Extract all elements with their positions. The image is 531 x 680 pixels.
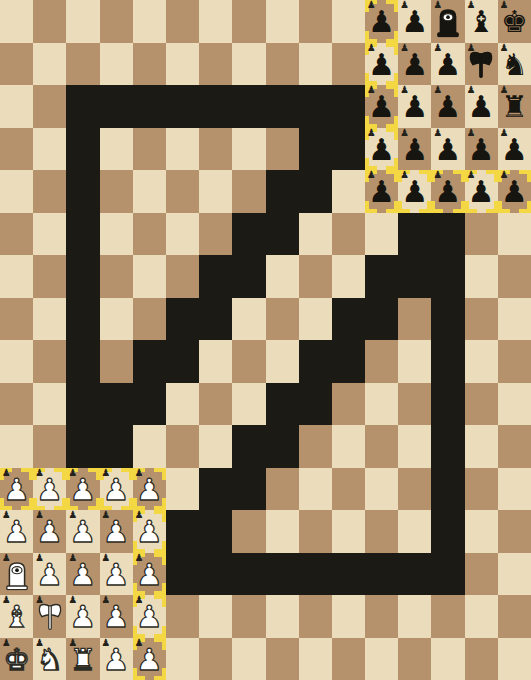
square-r11c4[interactable]: ♟♟ xyxy=(133,468,166,511)
square-r5c14[interactable] xyxy=(465,213,498,256)
square-r14c3[interactable]: ♟♟ xyxy=(100,595,133,638)
square-r8c1[interactable] xyxy=(33,340,66,383)
square-r14c4[interactable]: ♟♟ xyxy=(133,595,166,638)
blocked-square-r8c4 xyxy=(133,340,166,383)
square-r10c14[interactable] xyxy=(465,425,498,468)
blocked-square-r9c3 xyxy=(100,383,133,426)
blocked-square-r4c2 xyxy=(66,170,99,213)
square-r2c14[interactable]: ♟♟ xyxy=(465,85,498,128)
blocked-square-r7c5 xyxy=(166,298,199,341)
mini-pawn-icon: ♟ xyxy=(500,170,509,181)
square-r12c4[interactable]: ♟♟ xyxy=(133,510,166,553)
square-r5c10[interactable] xyxy=(332,213,365,256)
blocked-square-r6c12 xyxy=(398,255,431,298)
mini-pawn-icon: ♟ xyxy=(433,170,442,181)
square-r8c7[interactable] xyxy=(232,340,265,383)
mini-pawn-icon: ♟ xyxy=(500,43,509,54)
square-r9c15[interactable] xyxy=(498,383,531,426)
blocked-square-r13c10 xyxy=(332,553,365,596)
square-r4c4[interactable] xyxy=(133,170,166,213)
square-r8c14[interactable] xyxy=(465,340,498,383)
mini-pawn-icon: ♟ xyxy=(102,468,111,479)
mini-pawn-icon: ♟ xyxy=(35,468,44,479)
square-r15c12[interactable] xyxy=(398,638,431,680)
square-r11c12[interactable] xyxy=(398,468,431,511)
square-r11c1[interactable]: ♟♟ xyxy=(33,468,66,511)
square-r13c1[interactable]: ♟♟ xyxy=(33,553,66,596)
mini-pawn-icon: ♟ xyxy=(400,85,409,96)
square-r14c13[interactable] xyxy=(431,595,464,638)
square-r15c15[interactable] xyxy=(498,638,531,680)
blocked-square-r6c13 xyxy=(431,255,464,298)
square-r9c14[interactable] xyxy=(465,383,498,426)
square-r14c11[interactable] xyxy=(365,595,398,638)
mini-pawn-icon: ♟ xyxy=(135,553,144,564)
square-r6c0[interactable] xyxy=(0,255,33,298)
square-r11c9[interactable] xyxy=(299,468,332,511)
square-r4c6[interactable] xyxy=(199,170,232,213)
square-r2c15[interactable]: ♟♜ xyxy=(498,85,531,128)
square-r0c5[interactable] xyxy=(166,0,199,43)
square-r11c0[interactable]: ♟♟ xyxy=(0,468,33,511)
blocked-square-r8c2 xyxy=(66,340,99,383)
square-r12c11[interactable] xyxy=(365,510,398,553)
square-r3c3[interactable] xyxy=(100,128,133,171)
mini-pawn-icon: ♟ xyxy=(467,43,476,54)
blocked-square-r8c13 xyxy=(431,340,464,383)
square-r4c0[interactable] xyxy=(0,170,33,213)
blocked-square-r7c11 xyxy=(365,298,398,341)
square-r0c13[interactable]: ♟ xyxy=(431,0,464,43)
square-r9c1[interactable] xyxy=(33,383,66,426)
square-r15c13[interactable] xyxy=(431,638,464,680)
mini-pawn-icon: ♟ xyxy=(68,510,77,521)
square-r1c9[interactable] xyxy=(299,43,332,86)
square-r2c1[interactable] xyxy=(33,85,66,128)
square-r10c10[interactable] xyxy=(332,425,365,468)
mini-pawn-icon: ♟ xyxy=(102,595,111,606)
mini-pawn-icon: ♟ xyxy=(367,128,376,139)
square-r6c4[interactable] xyxy=(133,255,166,298)
square-r10c11[interactable] xyxy=(365,425,398,468)
square-r8c12[interactable] xyxy=(398,340,431,383)
square-r7c1[interactable] xyxy=(33,298,66,341)
square-r4c14[interactable]: ♟♟ xyxy=(465,170,498,213)
mini-pawn-icon: ♟ xyxy=(433,128,442,139)
square-r1c3[interactable] xyxy=(100,43,133,86)
square-r4c5[interactable] xyxy=(166,170,199,213)
blocked-square-r9c2 xyxy=(66,383,99,426)
square-r2c12[interactable]: ♟♟ xyxy=(398,85,431,128)
square-r12c9[interactable] xyxy=(299,510,332,553)
mini-pawn-icon: ♟ xyxy=(433,0,442,11)
square-r5c6[interactable] xyxy=(199,213,232,256)
mini-pawn-icon: ♟ xyxy=(400,128,409,139)
square-r3c14[interactable]: ♟♟ xyxy=(465,128,498,171)
square-r15c6[interactable] xyxy=(199,638,232,680)
square-r9c7[interactable] xyxy=(232,383,265,426)
square-r5c11[interactable] xyxy=(365,213,398,256)
square-r0c12[interactable]: ♟♟ xyxy=(398,0,431,43)
blocked-square-r11c7 xyxy=(232,468,265,511)
square-r5c9[interactable] xyxy=(299,213,332,256)
blocked-square-r13c13 xyxy=(431,553,464,596)
square-r13c4[interactable]: ♟♟ xyxy=(133,553,166,596)
blocked-square-r13c7 xyxy=(232,553,265,596)
square-r11c15[interactable] xyxy=(498,468,531,511)
blocked-square-r7c13 xyxy=(431,298,464,341)
square-r2c13[interactable]: ♟♟ xyxy=(431,85,464,128)
blocked-square-r13c11 xyxy=(365,553,398,596)
square-r4c1[interactable] xyxy=(33,170,66,213)
square-r4c7[interactable] xyxy=(232,170,265,213)
square-r1c5[interactable] xyxy=(166,43,199,86)
square-r1c4[interactable] xyxy=(133,43,166,86)
square-r5c1[interactable] xyxy=(33,213,66,256)
square-r12c12[interactable] xyxy=(398,510,431,553)
square-r1c8[interactable] xyxy=(266,43,299,86)
blocked-square-r4c8 xyxy=(266,170,299,213)
square-r14c1[interactable]: ♟ xyxy=(33,595,66,638)
square-r10c1[interactable] xyxy=(33,425,66,468)
square-r0c15[interactable]: ♟♚ xyxy=(498,0,531,43)
square-r1c13[interactable]: ♟♟ xyxy=(431,43,464,86)
square-r15c9[interactable] xyxy=(299,638,332,680)
square-r12c7[interactable] xyxy=(232,510,265,553)
mini-pawn-icon: ♟ xyxy=(467,0,476,11)
square-r6c3[interactable] xyxy=(100,255,133,298)
square-r3c15[interactable]: ♟♟ xyxy=(498,128,531,171)
mini-pawn-icon: ♟ xyxy=(102,638,111,649)
square-r6c14[interactable] xyxy=(465,255,498,298)
square-r15c5[interactable] xyxy=(166,638,199,680)
black-tombstone-icon xyxy=(435,7,461,38)
square-r1c0[interactable] xyxy=(0,43,33,86)
square-r15c14[interactable] xyxy=(465,638,498,680)
square-r14c6[interactable] xyxy=(199,595,232,638)
square-r0c6[interactable] xyxy=(199,0,232,43)
mini-pawn-icon: ♟ xyxy=(68,595,77,606)
blocked-square-r10c8 xyxy=(266,425,299,468)
square-r10c4[interactable] xyxy=(133,425,166,468)
square-r10c5[interactable] xyxy=(166,425,199,468)
square-r1c15[interactable]: ♟♞ xyxy=(498,43,531,86)
square-r10c0[interactable] xyxy=(0,425,33,468)
blocked-square-r2c8 xyxy=(266,85,299,128)
square-r3c0[interactable] xyxy=(0,128,33,171)
square-r10c12[interactable] xyxy=(398,425,431,468)
square-r7c9[interactable] xyxy=(299,298,332,341)
square-r14c0[interactable]: ♟♝ xyxy=(0,595,33,638)
square-r8c3[interactable] xyxy=(100,340,133,383)
square-r0c7[interactable] xyxy=(232,0,265,43)
blocked-square-r7c10 xyxy=(332,298,365,341)
blocked-square-r2c6 xyxy=(199,85,232,128)
blocked-square-r11c6 xyxy=(199,468,232,511)
square-r7c4[interactable] xyxy=(133,298,166,341)
square-r15c8[interactable] xyxy=(266,638,299,680)
white-tombstone-icon xyxy=(4,559,30,590)
blocked-square-r8c5 xyxy=(166,340,199,383)
blocked-square-r8c9 xyxy=(299,340,332,383)
square-r7c15[interactable] xyxy=(498,298,531,341)
square-r6c10[interactable] xyxy=(332,255,365,298)
square-r15c3[interactable]: ♟♟ xyxy=(100,638,133,680)
square-r13c15[interactable] xyxy=(498,553,531,596)
square-r0c9[interactable] xyxy=(299,0,332,43)
square-r0c14[interactable]: ♟♝ xyxy=(465,0,498,43)
square-r11c11[interactable] xyxy=(365,468,398,511)
square-r14c8[interactable] xyxy=(266,595,299,638)
blocked-square-r2c3 xyxy=(100,85,133,128)
square-r4c13[interactable]: ♟♟ xyxy=(431,170,464,213)
square-r8c15[interactable] xyxy=(498,340,531,383)
square-r11c8[interactable] xyxy=(266,468,299,511)
square-r9c5[interactable] xyxy=(166,383,199,426)
mini-pawn-icon: ♟ xyxy=(2,595,11,606)
mini-pawn-icon: ♟ xyxy=(500,128,509,139)
square-r3c8[interactable] xyxy=(266,128,299,171)
square-r9c12[interactable] xyxy=(398,383,431,426)
square-r14c10[interactable] xyxy=(332,595,365,638)
square-r14c5[interactable] xyxy=(166,595,199,638)
blocked-square-r12c13 xyxy=(431,510,464,553)
square-r6c1[interactable] xyxy=(33,255,66,298)
blocked-square-r9c8 xyxy=(266,383,299,426)
square-r15c1[interactable]: ♟♞ xyxy=(33,638,66,680)
square-r8c0[interactable] xyxy=(0,340,33,383)
mini-pawn-icon: ♟ xyxy=(135,468,144,479)
mini-pawn-icon: ♟ xyxy=(68,468,77,479)
square-r0c0[interactable] xyxy=(0,0,33,43)
blocked-square-r3c10 xyxy=(332,128,365,171)
blocked-square-r7c6 xyxy=(199,298,232,341)
mini-pawn-icon: ♟ xyxy=(2,553,11,564)
square-r3c11[interactable]: ♟♟ xyxy=(365,128,398,171)
blocked-square-r5c13 xyxy=(431,213,464,256)
mini-pawn-icon: ♟ xyxy=(35,595,44,606)
square-r5c3[interactable] xyxy=(100,213,133,256)
blocked-square-r3c9 xyxy=(299,128,332,171)
square-r4c3[interactable] xyxy=(100,170,133,213)
mini-pawn-icon: ♟ xyxy=(400,43,409,54)
mini-pawn-icon: ♟ xyxy=(500,85,509,96)
blocked-square-r12c6 xyxy=(199,510,232,553)
square-r11c2[interactable]: ♟♟ xyxy=(66,468,99,511)
mini-pawn-icon: ♟ xyxy=(433,85,442,96)
square-r8c11[interactable] xyxy=(365,340,398,383)
square-r15c0[interactable]: ♟♚ xyxy=(0,638,33,680)
mini-pawn-icon: ♟ xyxy=(500,0,509,11)
square-r12c15[interactable] xyxy=(498,510,531,553)
square-r1c2[interactable] xyxy=(66,43,99,86)
blocked-square-r2c5 xyxy=(166,85,199,128)
blocked-square-r2c7 xyxy=(232,85,265,128)
square-r2c0[interactable] xyxy=(0,85,33,128)
square-r0c11[interactable]: ♟♟ xyxy=(365,0,398,43)
mini-pawn-icon: ♟ xyxy=(367,43,376,54)
square-r3c6[interactable] xyxy=(199,128,232,171)
black-axe-icon xyxy=(468,49,494,80)
mini-pawn-icon: ♟ xyxy=(35,638,44,649)
blocked-square-r10c2 xyxy=(66,425,99,468)
square-r3c1[interactable] xyxy=(33,128,66,171)
blocked-square-r6c7 xyxy=(232,255,265,298)
blocked-square-r3c2 xyxy=(66,128,99,171)
square-r13c2[interactable]: ♟♟ xyxy=(66,553,99,596)
square-r14c2[interactable]: ♟♟ xyxy=(66,595,99,638)
mini-pawn-icon: ♟ xyxy=(400,170,409,181)
square-r6c8[interactable] xyxy=(266,255,299,298)
blocked-square-r9c4 xyxy=(133,383,166,426)
mini-pawn-icon: ♟ xyxy=(35,510,44,521)
square-r8c6[interactable] xyxy=(199,340,232,383)
square-r0c10[interactable] xyxy=(332,0,365,43)
square-r11c3[interactable]: ♟♟ xyxy=(100,468,133,511)
square-r14c7[interactable] xyxy=(232,595,265,638)
square-r1c6[interactable] xyxy=(199,43,232,86)
square-r15c10[interactable] xyxy=(332,638,365,680)
mini-pawn-icon: ♟ xyxy=(102,510,111,521)
square-r5c5[interactable] xyxy=(166,213,199,256)
square-r9c10[interactable] xyxy=(332,383,365,426)
mini-pawn-icon: ♟ xyxy=(135,595,144,606)
blocked-square-r13c6 xyxy=(199,553,232,596)
square-r1c14[interactable]: ♟ xyxy=(465,43,498,86)
square-r0c3[interactable] xyxy=(100,0,133,43)
square-r4c15[interactable]: ♟♟ xyxy=(498,170,531,213)
square-r4c12[interactable]: ♟♟ xyxy=(398,170,431,213)
blocked-square-r8c10 xyxy=(332,340,365,383)
square-r11c10[interactable] xyxy=(332,468,365,511)
square-r14c12[interactable] xyxy=(398,595,431,638)
square-r12c2[interactable]: ♟♟ xyxy=(66,510,99,553)
blocked-square-r12c5 xyxy=(166,510,199,553)
square-r7c0[interactable] xyxy=(0,298,33,341)
blocked-square-r11c13 xyxy=(431,468,464,511)
blocked-square-r6c11 xyxy=(365,255,398,298)
blocked-square-r10c13 xyxy=(431,425,464,468)
square-r3c12[interactable]: ♟♟ xyxy=(398,128,431,171)
blocked-square-r2c9 xyxy=(299,85,332,128)
mini-pawn-icon: ♟ xyxy=(433,43,442,54)
blocked-square-r10c7 xyxy=(232,425,265,468)
blocked-square-r2c4 xyxy=(133,85,166,128)
square-r5c4[interactable] xyxy=(133,213,166,256)
square-r15c11[interactable] xyxy=(365,638,398,680)
square-r7c8[interactable] xyxy=(266,298,299,341)
mini-pawn-icon: ♟ xyxy=(2,638,11,649)
square-r14c9[interactable] xyxy=(299,595,332,638)
square-r6c15[interactable] xyxy=(498,255,531,298)
mini-pawn-icon: ♟ xyxy=(367,170,376,181)
blocked-square-r5c2 xyxy=(66,213,99,256)
square-r10c6[interactable] xyxy=(199,425,232,468)
square-r0c8[interactable] xyxy=(266,0,299,43)
mini-pawn-icon: ♟ xyxy=(467,128,476,139)
square-r1c1[interactable] xyxy=(33,43,66,86)
square-r1c10[interactable] xyxy=(332,43,365,86)
square-r13c14[interactable] xyxy=(465,553,498,596)
square-r11c5[interactable] xyxy=(166,468,199,511)
square-r11c14[interactable] xyxy=(465,468,498,511)
square-r5c0[interactable] xyxy=(0,213,33,256)
square-r1c11[interactable]: ♟♟ xyxy=(365,43,398,86)
square-r15c4[interactable]: ♟♟ xyxy=(133,638,166,680)
square-r4c10[interactable] xyxy=(332,170,365,213)
square-r6c5[interactable] xyxy=(166,255,199,298)
blocked-square-r7c2 xyxy=(66,298,99,341)
square-r0c1[interactable] xyxy=(33,0,66,43)
square-r7c3[interactable] xyxy=(100,298,133,341)
square-r12c3[interactable]: ♟♟ xyxy=(100,510,133,553)
square-r12c14[interactable] xyxy=(465,510,498,553)
square-r4c11[interactable]: ♟♟ xyxy=(365,170,398,213)
blocked-square-r4c9 xyxy=(299,170,332,213)
mini-pawn-icon: ♟ xyxy=(400,0,409,11)
square-r14c14[interactable] xyxy=(465,595,498,638)
square-r9c0[interactable] xyxy=(0,383,33,426)
square-r10c15[interactable] xyxy=(498,425,531,468)
square-r3c4[interactable] xyxy=(133,128,166,171)
square-r0c4[interactable] xyxy=(133,0,166,43)
mini-pawn-icon: ♟ xyxy=(135,510,144,521)
square-r12c10[interactable] xyxy=(332,510,365,553)
mini-pawn-icon: ♟ xyxy=(467,170,476,181)
blocked-square-r2c2 xyxy=(66,85,99,128)
blocked-square-r9c13 xyxy=(431,383,464,426)
square-r9c6[interactable] xyxy=(199,383,232,426)
board: ♟♟♟♟♟♟♝♟♚♟♟♟♟♟♟♟♟♞♟♟♟♟♟♟♟♟♟♜♟♟♟♟♟♟♟♟♟♟♟♟… xyxy=(0,0,531,680)
blocked-square-r5c7 xyxy=(232,213,265,256)
mini-pawn-icon: ♟ xyxy=(367,0,376,11)
square-r7c14[interactable] xyxy=(465,298,498,341)
blocked-square-r6c6 xyxy=(199,255,232,298)
square-r15c7[interactable] xyxy=(232,638,265,680)
blocked-square-r6c2 xyxy=(66,255,99,298)
blocked-square-r13c9 xyxy=(299,553,332,596)
square-r7c12[interactable] xyxy=(398,298,431,341)
mini-pawn-icon: ♟ xyxy=(68,553,77,564)
mini-pawn-icon: ♟ xyxy=(367,85,376,96)
square-r12c8[interactable] xyxy=(266,510,299,553)
white-axe-icon xyxy=(37,602,63,633)
square-r13c0[interactable]: ♟ xyxy=(0,553,33,596)
blocked-square-r13c8 xyxy=(266,553,299,596)
square-r2c11[interactable]: ♟♟ xyxy=(365,85,398,128)
square-r9c11[interactable] xyxy=(365,383,398,426)
square-r7c7[interactable] xyxy=(232,298,265,341)
square-r3c13[interactable]: ♟♟ xyxy=(431,128,464,171)
square-r3c7[interactable] xyxy=(232,128,265,171)
square-r14c15[interactable] xyxy=(498,595,531,638)
mini-pawn-icon: ♟ xyxy=(467,85,476,96)
square-r6c9[interactable] xyxy=(299,255,332,298)
blocked-square-r10c3 xyxy=(100,425,133,468)
blocked-square-r13c12 xyxy=(398,553,431,596)
square-r15c2[interactable]: ♟♜ xyxy=(66,638,99,680)
square-r1c12[interactable]: ♟♟ xyxy=(398,43,431,86)
square-r10c9[interactable] xyxy=(299,425,332,468)
square-r3c5[interactable] xyxy=(166,128,199,171)
square-r1c7[interactable] xyxy=(232,43,265,86)
square-r5c15[interactable] xyxy=(498,213,531,256)
square-r12c1[interactable]: ♟♟ xyxy=(33,510,66,553)
square-r12c0[interactable]: ♟♟ xyxy=(0,510,33,553)
square-r13c3[interactable]: ♟♟ xyxy=(100,553,133,596)
square-r0c2[interactable] xyxy=(66,0,99,43)
square-r8c8[interactable] xyxy=(266,340,299,383)
